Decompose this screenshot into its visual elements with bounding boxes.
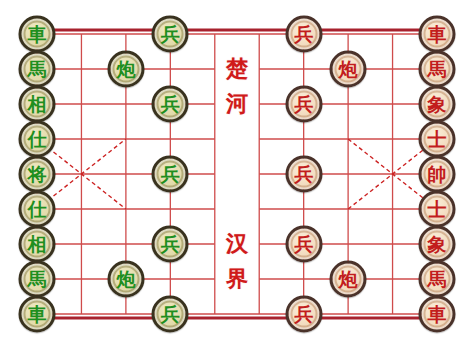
piece-green-soldier[interactable]: 兵 <box>152 16 189 53</box>
piece-green-elephant[interactable]: 相 <box>19 86 56 123</box>
piece-green-soldier[interactable]: 兵 <box>152 226 189 263</box>
piece-red-soldier[interactable]: 兵 <box>285 156 322 193</box>
piece-red-general[interactable]: 帥 <box>419 156 456 193</box>
piece-green-soldier[interactable]: 兵 <box>152 156 189 193</box>
piece-red-advisor[interactable]: 士 <box>419 191 456 228</box>
piece-red-advisor[interactable]: 士 <box>419 121 456 158</box>
piece-green-cannon[interactable]: 炮 <box>107 51 144 88</box>
piece-green-chariot[interactable]: 車 <box>19 296 56 333</box>
board-grid <box>0 0 474 347</box>
river-label-char: 界 <box>226 264 248 294</box>
piece-green-elephant[interactable]: 相 <box>19 226 56 263</box>
piece-red-soldier[interactable]: 兵 <box>285 226 322 263</box>
piece-green-chariot[interactable]: 車 <box>19 16 56 53</box>
river-label-char: 河 <box>226 89 248 119</box>
piece-green-horse[interactable]: 馬 <box>19 261 56 298</box>
piece-red-chariot[interactable]: 車 <box>419 16 456 53</box>
piece-red-soldier[interactable]: 兵 <box>285 296 322 333</box>
piece-green-advisor[interactable]: 仕 <box>19 191 56 228</box>
piece-red-soldier[interactable]: 兵 <box>285 86 322 123</box>
river-label-char: 楚 <box>226 54 248 84</box>
piece-red-cannon[interactable]: 炮 <box>330 261 367 298</box>
piece-red-cannon[interactable]: 炮 <box>330 51 367 88</box>
piece-green-horse[interactable]: 馬 <box>19 51 56 88</box>
river-label-char: 汉 <box>226 229 248 259</box>
piece-red-elephant[interactable]: 象 <box>419 86 456 123</box>
piece-red-elephant[interactable]: 象 <box>419 226 456 263</box>
piece-green-soldier[interactable]: 兵 <box>152 296 189 333</box>
piece-red-horse[interactable]: 馬 <box>419 261 456 298</box>
piece-red-horse[interactable]: 馬 <box>419 51 456 88</box>
piece-green-advisor[interactable]: 仕 <box>19 121 56 158</box>
xiangqi-board: 楚河汉界 車馬相仕将仕相馬車炮炮兵兵兵兵兵兵兵兵兵兵炮炮車馬象士帥士象馬車 <box>0 0 474 347</box>
piece-red-soldier[interactable]: 兵 <box>285 16 322 53</box>
piece-green-general[interactable]: 将 <box>19 156 56 193</box>
piece-red-chariot[interactable]: 車 <box>419 296 456 333</box>
piece-green-cannon[interactable]: 炮 <box>107 261 144 298</box>
piece-green-soldier[interactable]: 兵 <box>152 86 189 123</box>
